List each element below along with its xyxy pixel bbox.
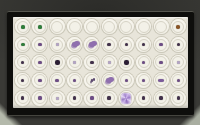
jar-lid xyxy=(86,56,98,68)
jar-lid xyxy=(86,21,98,33)
jar-lid xyxy=(155,74,167,86)
brown-gem-icon xyxy=(176,25,180,29)
dark-purple-gem-icon xyxy=(177,96,181,100)
gem-jar-r2-c4 xyxy=(67,37,82,52)
small-gem-pair-icon xyxy=(91,79,94,82)
photo-scene xyxy=(0,0,200,125)
gem-jar-r4-c6 xyxy=(102,73,117,88)
jar-lid xyxy=(120,39,132,51)
jar-lid xyxy=(51,92,63,104)
jar-lid xyxy=(34,56,46,68)
jar-lid xyxy=(138,74,150,86)
purple-gem-cluster-icon xyxy=(106,78,112,84)
gem-jar-r5-c10 xyxy=(171,91,186,106)
purple-gem-cluster-icon xyxy=(72,42,78,48)
jar-lid xyxy=(172,21,184,33)
gem-jar-r1-c5 xyxy=(84,19,99,34)
purple-gem-icon xyxy=(38,43,42,47)
dark-purple-gem-icon xyxy=(90,61,94,65)
purple-gem-icon xyxy=(159,43,163,47)
jar-lid xyxy=(120,56,132,68)
gem-jar-r4-c3 xyxy=(50,73,65,88)
jar-lid xyxy=(103,21,115,33)
gem-jar-r4-c10 xyxy=(171,73,186,88)
gem-jar-r2-c10 xyxy=(171,37,186,52)
dark-purple-gem-icon xyxy=(21,96,25,100)
jar-lid xyxy=(17,21,29,33)
foam-insert xyxy=(13,17,188,108)
jar-lid xyxy=(138,39,150,51)
jar-lid xyxy=(86,74,98,86)
jar-lid xyxy=(172,56,184,68)
jar-lid xyxy=(120,74,132,86)
jar-lid xyxy=(34,39,46,51)
jar-lid xyxy=(172,92,184,104)
purple-gem-icon xyxy=(55,79,59,83)
gem-jar-r4-c5 xyxy=(84,73,99,88)
green-gem-icon xyxy=(21,43,25,47)
jar-lid xyxy=(120,92,132,104)
dark-purple-gem-icon xyxy=(125,43,129,47)
jar-lid xyxy=(120,21,132,33)
jar-lid xyxy=(155,56,167,68)
pale-lilac-gem-icon xyxy=(56,97,59,100)
gem-jar-r4-c2 xyxy=(32,73,47,88)
gem-jar-r2-c7 xyxy=(119,37,134,52)
pale-lilac-gem-icon xyxy=(73,61,76,64)
dark-purple-gem-icon xyxy=(159,96,163,100)
pale-lilac-gem-icon xyxy=(177,61,180,64)
gem-jar-r1-c2 xyxy=(32,19,47,34)
jar-lid xyxy=(138,92,150,104)
gem-jar-r3-c6 xyxy=(102,55,117,70)
jar-lid xyxy=(172,74,184,86)
dark-purple-gem-icon xyxy=(177,43,181,47)
dark-purple-gem-icon xyxy=(73,96,77,100)
jar-lid xyxy=(51,56,63,68)
jar-lid xyxy=(138,56,150,68)
jar-lid xyxy=(17,39,29,51)
jar-lid xyxy=(69,92,81,104)
jar-lid xyxy=(172,39,184,51)
jar-lid xyxy=(17,92,29,104)
dark-purple-gem-icon xyxy=(107,43,111,47)
jar-lid xyxy=(103,56,115,68)
jar-lid xyxy=(17,56,29,68)
pale-lilac-gem-icon xyxy=(108,61,111,64)
gem-jar-r5-c9 xyxy=(154,91,169,106)
jar-lid xyxy=(103,39,115,51)
gem-jar-r3-c10 xyxy=(171,55,186,70)
gem-jar-r3-c8 xyxy=(136,55,151,70)
gem-jar-r4-c7 xyxy=(119,73,134,88)
gem-jar-r1-c3 xyxy=(50,19,65,34)
gem-jar-r3-c2 xyxy=(32,55,47,70)
purple-gem-icon xyxy=(142,79,146,83)
purple-gem-icon xyxy=(159,61,163,65)
gem-jar-r5-c7 xyxy=(119,91,134,106)
gem-jar-r5-c3 xyxy=(50,91,65,106)
gem-jar-r2-c2 xyxy=(32,37,47,52)
gem-jar-r5-c8 xyxy=(136,91,151,106)
gem-jar-r3-c3 xyxy=(50,55,65,70)
jar-lid xyxy=(155,21,167,33)
pale-lilac-gem-icon xyxy=(56,43,59,46)
green-gem-icon xyxy=(38,25,42,29)
jar-lid xyxy=(51,74,63,86)
gem-jar-r2-c5 xyxy=(84,37,99,52)
jar-lid xyxy=(138,21,150,33)
gem-jar-r3-c5 xyxy=(84,55,99,70)
gem-jar-r2-c6 xyxy=(102,37,117,52)
gem-jar-r2-c9 xyxy=(154,37,169,52)
dark-purple-gem-icon xyxy=(21,79,25,83)
gem-jar-r5-c2 xyxy=(32,91,47,106)
gem-tray xyxy=(7,11,194,116)
jar-lid xyxy=(103,74,115,86)
purple-gem-icon xyxy=(38,61,42,65)
jar-lid xyxy=(155,92,167,104)
elongated-purple-gem-icon xyxy=(158,79,164,82)
purple-gem-icon xyxy=(73,79,77,83)
dark-purple-gem-icon xyxy=(107,96,111,100)
purple-gem-icon xyxy=(177,79,181,83)
gem-jar-r4-c4 xyxy=(67,73,82,88)
gem-jar-r1-c10 xyxy=(171,19,186,34)
purple-gem-icon xyxy=(38,96,42,100)
gem-jar-r5-c6 xyxy=(102,91,117,106)
gem-jar-r1-c9 xyxy=(154,19,169,34)
jar-lid xyxy=(103,92,115,104)
large-dark-gem-icon xyxy=(124,60,129,65)
jar-lid xyxy=(69,56,81,68)
gem-jar-r2-c8 xyxy=(136,37,151,52)
purple-gem-icon xyxy=(142,61,146,65)
jar-grid xyxy=(14,18,187,107)
gem-jar-r1-c8 xyxy=(136,19,151,34)
gem-jar-r4-c9 xyxy=(154,73,169,88)
jar-lid xyxy=(69,21,81,33)
large-dark-gem-icon xyxy=(55,60,60,65)
large-faceted-amethyst-icon xyxy=(121,93,131,104)
jar-lid xyxy=(34,74,46,86)
jar-lid xyxy=(34,21,46,33)
gem-jar-r1-c6 xyxy=(102,19,117,34)
gem-jar-r2-c3 xyxy=(50,37,65,52)
gem-jar-r4-c1 xyxy=(15,73,30,88)
gem-jar-r5-c1 xyxy=(15,91,30,106)
dark-purple-gem-icon xyxy=(21,61,25,65)
jar-lid xyxy=(51,39,63,51)
gem-jar-r1-c1 xyxy=(15,19,30,34)
dark-purple-gem-icon xyxy=(142,96,146,100)
purple-gem-cluster-icon xyxy=(89,42,95,48)
jar-lid xyxy=(86,92,98,104)
gem-jar-r3-c1 xyxy=(15,55,30,70)
jar-lid xyxy=(155,39,167,51)
purple-gem-icon xyxy=(38,79,42,83)
gem-jar-r3-c7 xyxy=(119,55,134,70)
gem-jar-r1-c7 xyxy=(119,19,134,34)
gem-jar-r3-c9 xyxy=(154,55,169,70)
jar-lid xyxy=(69,39,81,51)
gem-jar-r4-c8 xyxy=(136,73,151,88)
gem-jar-r5-c5 xyxy=(84,91,99,106)
green-gem-icon xyxy=(21,25,25,29)
purple-gem-icon xyxy=(90,96,94,100)
dark-purple-gem-icon xyxy=(142,43,146,47)
jar-lid xyxy=(17,74,29,86)
purple-gem-icon xyxy=(125,79,129,83)
gem-jar-r3-c4 xyxy=(67,55,82,70)
gem-jar-r1-c4 xyxy=(67,19,82,34)
jar-lid xyxy=(34,92,46,104)
gem-jar-r2-c1 xyxy=(15,37,30,52)
jar-lid xyxy=(69,74,81,86)
jar-lid xyxy=(51,21,63,33)
gem-jar-r5-c4 xyxy=(67,91,82,106)
jar-lid xyxy=(86,39,98,51)
